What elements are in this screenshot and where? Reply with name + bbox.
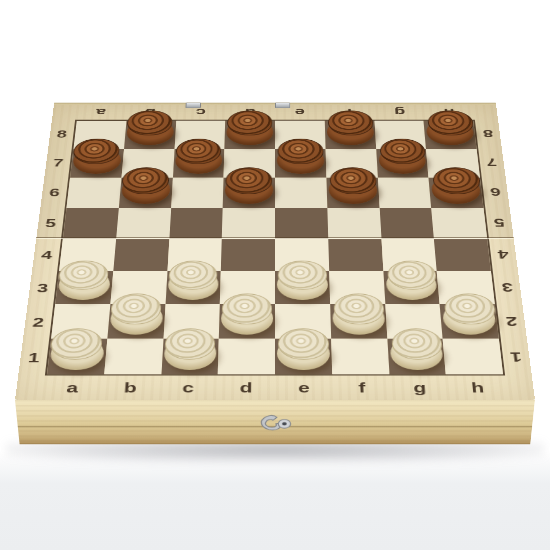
square-b1[interactable] (104, 338, 163, 374)
square-g5[interactable] (379, 208, 434, 239)
file-labels-top-g: g (374, 105, 425, 120)
square-c5[interactable] (169, 208, 223, 239)
square-a5[interactable] (63, 208, 119, 239)
square-b5[interactable] (116, 208, 171, 239)
rank-labels-right-4: 4 (489, 239, 518, 271)
file-labels-top: abcdefgh (75, 105, 475, 120)
rank-labels-right-7: 7 (478, 148, 505, 177)
square-e5[interactable] (275, 208, 328, 239)
square-g3[interactable] (383, 271, 440, 304)
file-labels-bottom: abcdefgh (42, 376, 508, 398)
rank-labels-right-3: 3 (493, 271, 523, 305)
square-f8[interactable] (325, 121, 376, 149)
file-labels-top-h: h (424, 105, 475, 120)
rank-labels-left-5: 5 (36, 207, 64, 238)
square-d6[interactable] (223, 178, 275, 208)
file-labels-bottom-h: h (448, 376, 508, 398)
white-man-top (333, 294, 384, 325)
square-c1[interactable] (161, 338, 219, 374)
square-f4[interactable] (328, 239, 383, 271)
black-man-e7[interactable] (278, 150, 324, 176)
black-man-top (278, 138, 324, 164)
file-labels-top-b: b (125, 105, 176, 120)
square-a7[interactable] (70, 149, 124, 178)
square-g6[interactable] (377, 178, 431, 208)
square-a6[interactable] (67, 178, 122, 208)
black-man-top (329, 167, 377, 194)
black-man-d6[interactable] (226, 179, 273, 206)
rank-labels-left-6: 6 (40, 177, 68, 207)
checkers-board: abcdefgh abcdefgh 87654321 87654321 (15, 103, 535, 400)
black-man-a7[interactable] (73, 150, 121, 176)
white-man-top (164, 328, 216, 360)
square-g1[interactable] (387, 338, 446, 374)
rank-labels-right-5: 5 (485, 207, 513, 238)
black-man-f8[interactable] (327, 122, 373, 147)
board-top-surface: abcdefgh abcdefgh 87654321 87654321 (15, 103, 535, 400)
square-h5[interactable] (431, 208, 487, 239)
board-grid (45, 120, 505, 376)
white-man-f2[interactable] (333, 306, 384, 337)
file-labels-top-e: e (275, 105, 325, 120)
white-man-c1[interactable] (164, 340, 216, 372)
white-man-g1[interactable] (390, 340, 443, 372)
white-man-d2[interactable] (222, 306, 272, 337)
square-d2[interactable] (219, 304, 275, 338)
white-man-h2[interactable] (443, 306, 496, 337)
black-man-d8[interactable] (227, 122, 272, 147)
white-man-g3[interactable] (386, 273, 437, 303)
square-g7[interactable] (376, 149, 429, 178)
white-man-top (278, 260, 327, 290)
square-b2[interactable] (107, 304, 165, 338)
photo-scene: abcdefgh abcdefgh 87654321 87654321 (0, 0, 550, 550)
file-labels-bottom-g: g (390, 376, 450, 398)
black-man-top (175, 138, 222, 164)
rank-labels-right-1: 1 (501, 339, 532, 375)
square-h2[interactable] (440, 304, 499, 338)
square-h1[interactable] (443, 338, 503, 374)
file-labels-top-a: a (75, 105, 126, 120)
square-b4[interactable] (113, 239, 169, 271)
square-d5[interactable] (222, 208, 275, 239)
black-man-h6[interactable] (432, 179, 481, 206)
white-man-top (390, 328, 443, 360)
file-labels-bottom-d: d (217, 376, 275, 398)
file-labels-bottom-b: b (100, 376, 160, 398)
square-e7[interactable] (275, 149, 326, 178)
square-d8[interactable] (225, 121, 275, 149)
black-man-f6[interactable] (329, 179, 376, 206)
square-h4[interactable] (434, 239, 491, 271)
square-f6[interactable] (326, 178, 379, 208)
white-man-a1[interactable] (50, 340, 104, 372)
file-labels-top-d: d (225, 105, 275, 120)
black-man-b6[interactable] (122, 179, 170, 206)
white-man-b2[interactable] (110, 306, 162, 337)
board-shadow (6, 442, 544, 462)
square-a3[interactable] (55, 271, 113, 304)
black-man-top (432, 167, 481, 194)
rank-labels-left-8: 8 (48, 120, 75, 148)
white-man-top (278, 328, 329, 360)
file-labels-bottom-a: a (42, 376, 102, 398)
file-labels-bottom-c: c (159, 376, 218, 398)
rank-labels-right-2: 2 (497, 305, 527, 340)
square-b6[interactable] (119, 178, 173, 208)
white-man-e1[interactable] (278, 340, 329, 372)
white-man-top (168, 260, 218, 290)
square-e1[interactable] (275, 338, 332, 374)
white-man-c3[interactable] (168, 273, 218, 303)
square-c3[interactable] (165, 271, 221, 304)
square-c7[interactable] (173, 149, 225, 178)
white-man-top (386, 260, 437, 290)
white-man-e3[interactable] (278, 273, 327, 303)
rank-labels-left-7: 7 (44, 148, 71, 177)
square-a1[interactable] (47, 338, 107, 374)
square-f5[interactable] (327, 208, 381, 239)
file-labels-top-f: f (325, 105, 375, 120)
square-e6[interactable] (275, 178, 327, 208)
clasp-hook-icon (246, 409, 304, 436)
black-man-top (225, 167, 272, 194)
black-man-h8[interactable] (426, 122, 473, 147)
square-e3[interactable] (275, 271, 330, 304)
file-labels-bottom-e: e (275, 376, 333, 398)
square-h8[interactable] (424, 121, 477, 149)
file-labels-top-c: c (175, 105, 225, 120)
square-f2[interactable] (330, 304, 387, 338)
square-d4[interactable] (221, 239, 275, 271)
square-f1[interactable] (331, 338, 389, 374)
board-front-face (15, 400, 535, 444)
square-c6[interactable] (171, 178, 224, 208)
white-man-top (222, 294, 272, 325)
file-labels-bottom-f: f (333, 376, 392, 398)
rank-labels-right-8: 8 (475, 120, 502, 148)
square-h6[interactable] (429, 178, 484, 208)
square-d1[interactable] (218, 338, 275, 374)
white-man-a3[interactable] (58, 273, 110, 303)
black-man-top (379, 138, 427, 164)
square-b8[interactable] (124, 121, 176, 149)
rank-labels-right-6: 6 (482, 177, 510, 207)
black-man-b8[interactable] (127, 122, 174, 147)
black-man-c7[interactable] (175, 150, 222, 176)
black-man-g7[interactable] (378, 150, 425, 176)
